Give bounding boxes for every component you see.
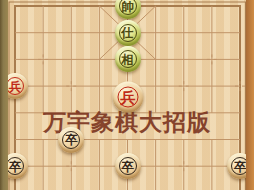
piece-character: 仕 bbox=[121, 27, 134, 40]
game-screen: 帥仕相兵兵卒卒卒卒 万宇象棋大招版 bbox=[0, 0, 254, 190]
piece-character: 卒 bbox=[121, 160, 134, 173]
piece-advisor[interactable]: 仕 bbox=[115, 20, 141, 46]
piece-black-pawn-c5[interactable]: 卒 bbox=[58, 127, 84, 153]
piece-character: 兵 bbox=[9, 80, 22, 93]
xiangqi-board[interactable]: 帥仕相兵兵卒卒卒卒 万宇象棋大招版 bbox=[0, 0, 254, 190]
piece-ring: 相 bbox=[119, 50, 137, 68]
piece-red-pawn-e3-selected[interactable]: 兵 bbox=[112, 82, 143, 113]
piece-character: 相 bbox=[121, 54, 134, 67]
piece-ring: 卒 bbox=[62, 131, 80, 149]
piece-ring: 卒 bbox=[6, 157, 24, 175]
piece-character: 卒 bbox=[65, 134, 78, 147]
piece-character: 帥 bbox=[121, 0, 134, 13]
piece-black-pawn-e6[interactable]: 卒 bbox=[115, 153, 141, 179]
piece-elephant[interactable]: 相 bbox=[115, 46, 141, 72]
piece-ring: 仕 bbox=[119, 24, 137, 42]
background-right-edge bbox=[246, 0, 254, 190]
background-left-edge bbox=[0, 0, 8, 190]
piece-ring: 兵 bbox=[6, 77, 24, 95]
pieces-layer: 帥仕相兵兵卒卒卒卒 bbox=[0, 0, 254, 190]
piece-general[interactable]: 帥 bbox=[115, 0, 141, 19]
piece-ring: 兵 bbox=[117, 87, 138, 108]
piece-character: 兵 bbox=[120, 90, 135, 105]
piece-ring: 帥 bbox=[119, 0, 137, 15]
piece-character: 卒 bbox=[9, 160, 22, 173]
piece-ring: 卒 bbox=[119, 157, 137, 175]
piece-character: 卒 bbox=[234, 160, 247, 173]
